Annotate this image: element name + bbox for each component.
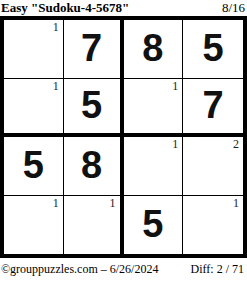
cell-r4c2[interactable]: 1: [64, 196, 124, 255]
difficulty-text: Diff: 2 / 71: [191, 263, 244, 276]
cell-value: 5: [203, 29, 224, 67]
cell-r4c4[interactable]: 1: [183, 196, 243, 255]
puzzle-title: Easy "Sudoku-4-5678": [1, 1, 129, 15]
cell-value: 8: [142, 29, 163, 67]
cell-r3c1[interactable]: 5: [4, 137, 64, 196]
cell-note: 1: [233, 197, 239, 209]
cell-r1c4[interactable]: 5: [183, 20, 243, 79]
cell-value: 5: [81, 86, 102, 124]
cell-value: 5: [23, 146, 44, 184]
cell-value: 7: [203, 86, 224, 124]
cell-value: 5: [142, 205, 163, 243]
cell-note: 1: [172, 80, 178, 92]
cell-r1c3[interactable]: 8: [124, 20, 184, 79]
cell-note: 1: [53, 197, 59, 209]
cell-r3c3[interactable]: 1: [124, 137, 184, 196]
puzzle-page: Easy "Sudoku-4-5678" 8/16 1 7 8 5 1 5: [0, 0, 247, 282]
footer: ©grouppuzzles.com – 6/26/2024 Diff: 2 / …: [0, 258, 247, 282]
cell-r3c2[interactable]: 8: [64, 137, 124, 196]
progress-counter: 8/16: [222, 1, 245, 15]
sudoku-board: 1 7 8 5 1 5 1 7: [0, 16, 247, 258]
cell-r3c4[interactable]: 2: [183, 137, 243, 196]
cell-r4c3[interactable]: 5: [124, 196, 184, 255]
cell-note: 1: [172, 138, 178, 150]
cell-note: 2: [233, 138, 239, 150]
copyright-text: ©grouppuzzles.com – 6/26/2024: [1, 263, 158, 276]
header: Easy "Sudoku-4-5678" 8/16: [0, 0, 247, 16]
cell-note: 1: [53, 80, 59, 92]
cell-note: 1: [53, 21, 59, 33]
cell-r2c1[interactable]: 1: [4, 79, 64, 138]
cell-r1c1[interactable]: 1: [4, 20, 64, 79]
cell-r4c1[interactable]: 1: [4, 196, 64, 255]
cell-note: 1: [110, 197, 116, 209]
cell-value: 7: [81, 29, 102, 67]
cell-r2c3[interactable]: 1: [124, 79, 184, 138]
cell-value: 8: [81, 146, 102, 184]
cell-r2c4[interactable]: 7: [183, 79, 243, 138]
cell-r1c2[interactable]: 7: [64, 20, 124, 79]
cell-r2c2[interactable]: 5: [64, 79, 124, 138]
